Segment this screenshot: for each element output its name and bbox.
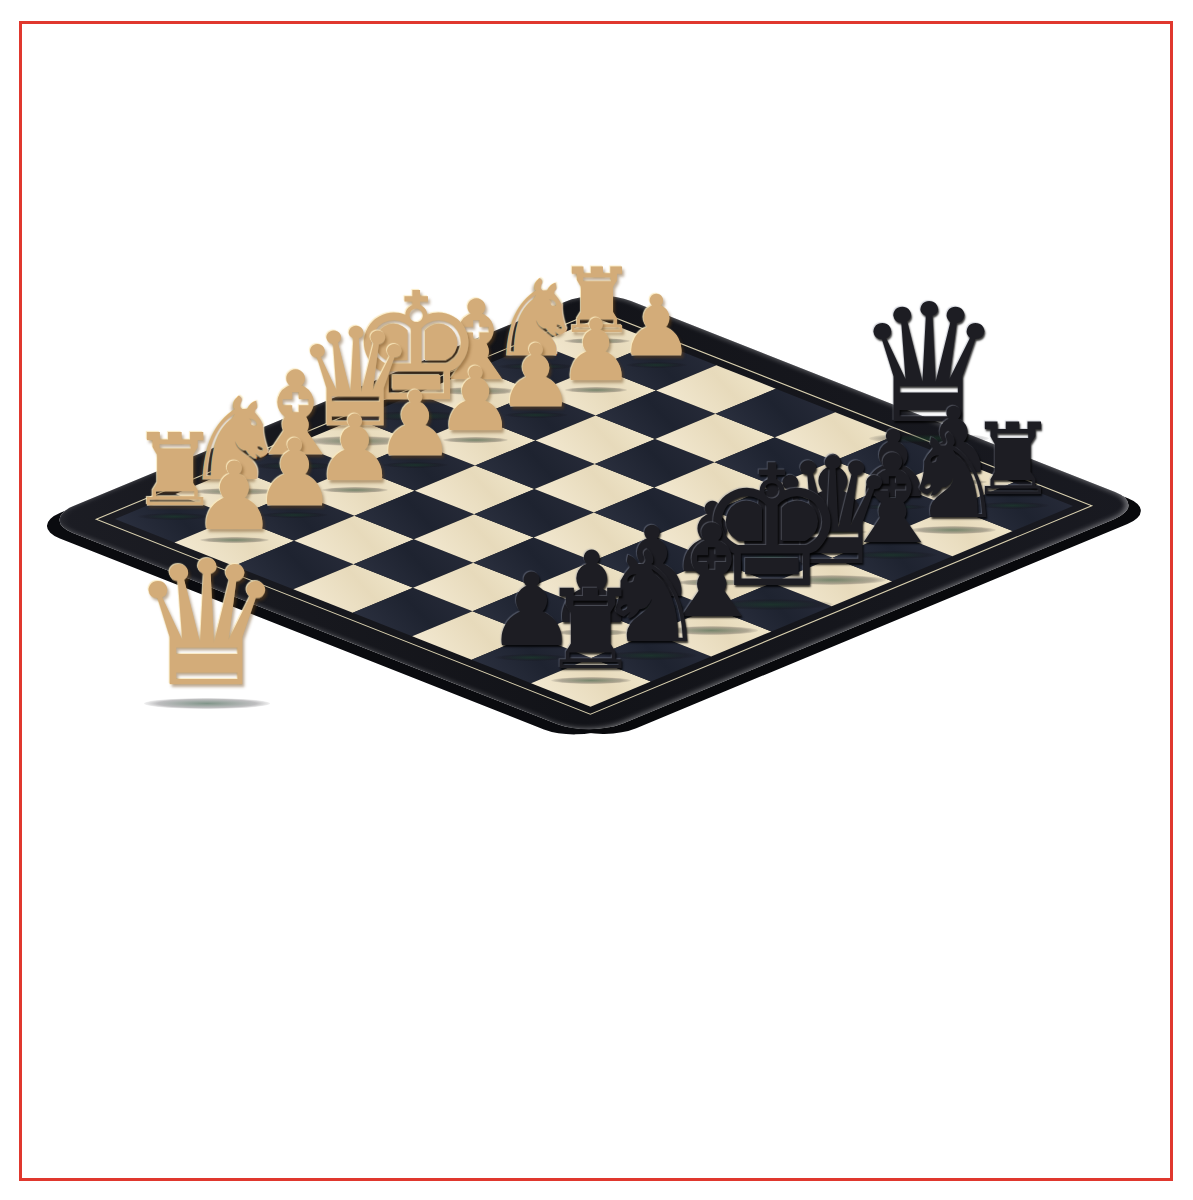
piece-white-queen-extra-white-queen[interactable]: ♛ bbox=[124, 540, 290, 706]
pieces-layer: ♜♞♝♚♛♝♞♜♟♟♟♟♟♟♟♟♟♟♟♟♟♟♟♟♜♞♝♛♚♝♞♜♛♛ bbox=[0, 0, 1193, 1200]
piece-black-rook-a8[interactable]: ♜ bbox=[538, 576, 644, 682]
white-backdrop: ♜♞♝♚♛♝♞♜♟♟♟♟♟♟♟♟♟♟♟♟♟♟♟♟♜♞♝♛♚♝♞♜♛♛ bbox=[0, 0, 1193, 1200]
queen-glyph: ♛ bbox=[130, 544, 285, 706]
rook-glyph: ♜ bbox=[542, 579, 641, 683]
